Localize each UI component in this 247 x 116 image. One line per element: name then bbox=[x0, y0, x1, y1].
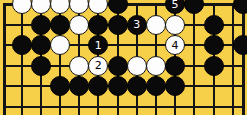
stone-black bbox=[12, 35, 32, 55]
stone-white bbox=[69, 0, 89, 14]
stone-black bbox=[108, 15, 128, 35]
stone-white bbox=[50, 0, 70, 14]
stone-black: 1 bbox=[88, 35, 108, 55]
stone-white: 4 bbox=[165, 35, 185, 55]
grid-line bbox=[232, 3, 234, 116]
stone-white bbox=[69, 15, 89, 35]
stone-black bbox=[127, 76, 147, 96]
stone-black bbox=[108, 56, 128, 76]
stone-black bbox=[88, 76, 108, 96]
stone-black bbox=[31, 15, 51, 35]
stone-white bbox=[127, 56, 147, 76]
stone-black bbox=[233, 0, 247, 14]
stone-black bbox=[146, 76, 166, 96]
stone-white bbox=[165, 15, 185, 35]
stone-black bbox=[165, 56, 185, 76]
stone-black: 3 bbox=[127, 15, 147, 35]
board-edge-line bbox=[242, 3, 245, 116]
stone-white bbox=[146, 56, 166, 76]
stone-black bbox=[108, 76, 128, 96]
stone-black bbox=[50, 15, 70, 35]
move-number-label: 3 bbox=[133, 19, 140, 30]
stone-black bbox=[204, 15, 224, 35]
stone-black bbox=[69, 76, 89, 96]
grid-line bbox=[21, 3, 23, 116]
move-number-label: 2 bbox=[95, 60, 102, 71]
stone-black bbox=[88, 15, 108, 35]
stone-white: 2 bbox=[88, 56, 108, 76]
stone-white bbox=[12, 0, 32, 14]
grid-line bbox=[3, 106, 245, 108]
stone-white bbox=[31, 0, 51, 14]
move-number-label: 5 bbox=[172, 0, 179, 10]
stone-black bbox=[204, 56, 224, 76]
stone-black: 5 bbox=[165, 0, 185, 14]
stone-white bbox=[50, 35, 70, 55]
stone-black bbox=[165, 76, 185, 96]
move-number-label: 4 bbox=[172, 40, 179, 51]
go-board[interactable]: 53142 bbox=[0, 0, 247, 115]
stone-black bbox=[184, 0, 204, 14]
move-number-label: 1 bbox=[95, 40, 102, 51]
stone-black bbox=[31, 56, 51, 76]
stone-black bbox=[31, 35, 51, 55]
stone-black bbox=[204, 35, 224, 55]
stone-white bbox=[69, 56, 89, 76]
stone-black bbox=[50, 76, 70, 96]
stone-white bbox=[88, 0, 108, 14]
stone-black bbox=[233, 35, 247, 55]
stone-black bbox=[108, 0, 128, 14]
grid-line bbox=[193, 3, 195, 116]
board-edge-line bbox=[3, 3, 6, 116]
stone-white bbox=[146, 15, 166, 35]
